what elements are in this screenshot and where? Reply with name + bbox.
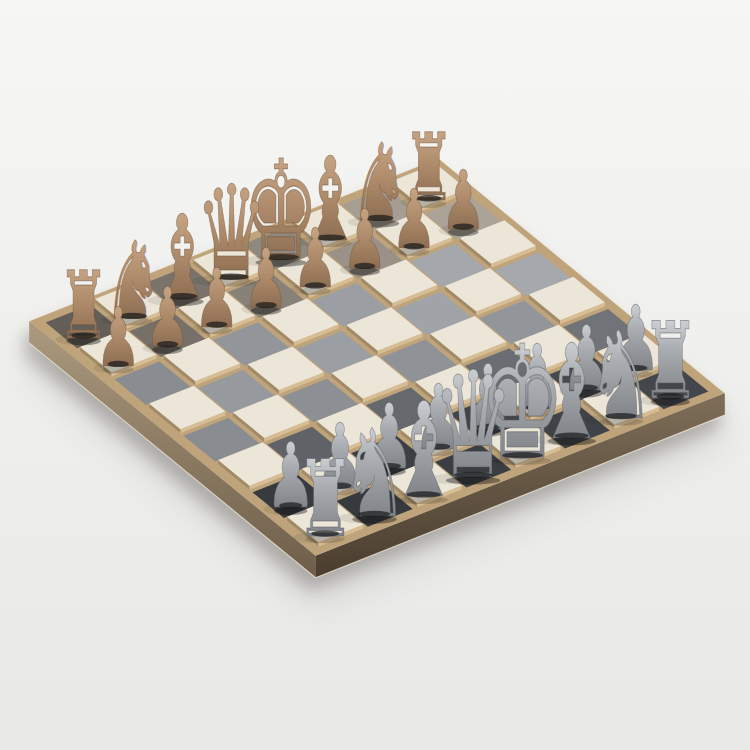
piece-white-pawn-g2[interactable]: ♟ (391, 173, 437, 268)
piece-base-ring (359, 511, 390, 517)
piece-base-ring (453, 223, 474, 229)
piece-base-ring (255, 302, 276, 308)
pawn-glyph: ♟ (95, 290, 141, 385)
product-photo-scene: ♜♞♟♝♟♚♟♛♟♝♟♞♟♜♟♟♟♟♜♟♞♟♝♟♚♟♛♟♝♟♞♜ (0, 0, 750, 750)
piece-white-pawn-b2[interactable]: ♟ (145, 271, 191, 366)
piece-base-ring (657, 393, 685, 399)
chess-board: ♜♞♟♝♟♚♟♛♟♝♟♞♟♜♟♟♟♟♜♟♞♟♝♟♚♟♛♟♝♟♞♜ (0, 0, 750, 750)
piece-base-ring (354, 263, 375, 269)
piece-black-rook-a8[interactable]: ♜ (296, 437, 355, 561)
pawn-glyph: ♟ (342, 192, 388, 287)
piece-white-pawn-e2[interactable]: ♟ (293, 212, 339, 307)
piece-base-ring (157, 341, 178, 347)
piece-base-ring (108, 361, 129, 367)
pawn-glyph: ♟ (293, 212, 339, 307)
page: { "game": "chess", "position": { "fen": … (0, 0, 750, 750)
piece-white-pawn-h2[interactable]: ♟ (441, 153, 487, 248)
pawn-glyph: ♟ (441, 153, 487, 248)
piece-base-ring (605, 413, 636, 419)
pawn-glyph: ♟ (145, 271, 191, 366)
piece-base-ring (403, 243, 424, 249)
piece-base-ring (206, 321, 227, 327)
piece-white-pawn-f2[interactable]: ♟ (342, 192, 388, 287)
piece-base-ring (72, 332, 96, 338)
piece-white-pawn-c2[interactable]: ♟ (194, 251, 240, 346)
pawn-glyph: ♟ (391, 173, 437, 268)
piece-white-pawn-a2[interactable]: ♟ (95, 290, 141, 385)
pawn-glyph: ♟ (194, 251, 240, 346)
piece-base-ring (305, 282, 326, 288)
piece-base-ring (407, 491, 441, 497)
piece-base-ring (311, 530, 339, 536)
rook-glyph: ♜ (296, 437, 355, 561)
pawn-glyph: ♟ (243, 231, 289, 326)
piece-white-pawn-d2[interactable]: ♟ (243, 231, 289, 326)
